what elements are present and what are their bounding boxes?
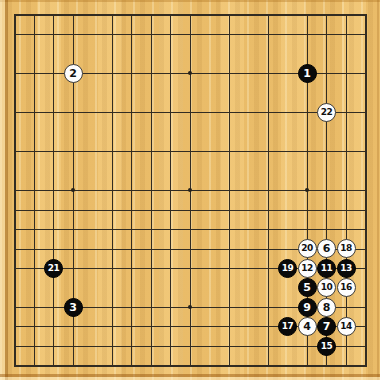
- board-edge-bottom-highlight: [0, 377, 380, 380]
- board-intersection-R2[interactable]: 15: [317, 336, 337, 356]
- board-intersection-C6[interactable]: 21: [44, 258, 64, 278]
- board-intersection-P3[interactable]: 17: [278, 317, 298, 337]
- white-stone-14: 14: [337, 317, 356, 336]
- white-stone-16: 16: [337, 278, 356, 297]
- white-stone-22: 22: [317, 103, 336, 122]
- board-intersection-D16[interactable]: 2: [63, 63, 83, 83]
- black-stone-7: 7: [317, 317, 336, 336]
- white-stone-12: 12: [298, 259, 317, 278]
- board-intersection-S7[interactable]: 18: [336, 239, 356, 259]
- board-intersection-R14[interactable]: 22: [317, 102, 337, 122]
- board-intersection-Q6[interactable]: 12: [297, 258, 317, 278]
- board-intersection-Q7[interactable]: 20: [297, 239, 317, 259]
- white-stone-8: 8: [317, 298, 336, 317]
- white-stone-2: 2: [64, 64, 83, 83]
- board-intersection-D4[interactable]: 3: [63, 297, 83, 317]
- white-stone-10: 10: [317, 278, 336, 297]
- board-edge-right-shadow: [377, 0, 379, 380]
- board-intersection-Q4[interactable]: 9: [297, 297, 317, 317]
- black-stone-21: 21: [44, 259, 63, 278]
- board-intersection-R3[interactable]: 7: [317, 317, 337, 337]
- black-stone-5: 5: [298, 278, 317, 297]
- white-stone-4: 4: [298, 317, 317, 336]
- white-stone-20: 20: [298, 239, 317, 258]
- white-stone-18: 18: [337, 239, 356, 258]
- board-intersection-R5[interactable]: 10: [317, 278, 337, 298]
- board-intersection-P6[interactable]: 19: [278, 258, 298, 278]
- board-intersection-S5[interactable]: 16: [336, 278, 356, 298]
- board-intersection-Q3[interactable]: 4: [297, 317, 317, 337]
- go-board-grid[interactable]: 12345678910111213141516171819202122: [5, 5, 376, 376]
- black-stone-3: 3: [64, 298, 83, 317]
- board-intersection-S6[interactable]: 13: [336, 258, 356, 278]
- black-stone-11: 11: [317, 259, 336, 278]
- black-stone-9: 9: [298, 298, 317, 317]
- board-intersection-Q5[interactable]: 5: [297, 278, 317, 298]
- black-stone-15: 15: [317, 337, 336, 356]
- board-intersection-R7[interactable]: 6: [317, 239, 337, 259]
- black-stone-19: 19: [278, 259, 297, 278]
- go-board: 12345678910111213141516171819202122: [0, 0, 380, 380]
- black-stone-17: 17: [278, 317, 297, 336]
- black-stone-1: 1: [298, 64, 317, 83]
- white-stone-6: 6: [317, 239, 336, 258]
- board-intersection-R6[interactable]: 11: [317, 258, 337, 278]
- board-intersection-S3[interactable]: 14: [336, 317, 356, 337]
- board-intersection-Q16[interactable]: 1: [297, 63, 317, 83]
- black-stone-13: 13: [337, 259, 356, 278]
- board-intersection-R4[interactable]: 8: [317, 297, 337, 317]
- board-edge-top-shadow: [0, 0, 380, 2]
